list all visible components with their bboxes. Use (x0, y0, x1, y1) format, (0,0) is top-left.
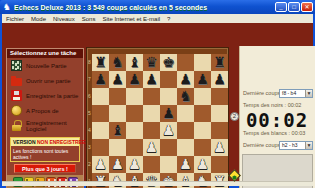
piece-black-knight[interactable]: ♞ (179, 88, 192, 105)
square-d8[interactable]: ♛ (143, 54, 160, 71)
square-g3[interactable] (194, 139, 211, 156)
sidebar-item-ouvrir-une-partie[interactable]: Ouvrir une partie (7, 73, 83, 88)
piece-white-pawn[interactable]: ♟ (162, 122, 175, 139)
piece-black-pawn[interactable]: ♟ (94, 71, 107, 88)
square-h3[interactable]: ♟ (211, 139, 228, 156)
white-last-move-dropdown[interactable]: h2 - h3 ▼ (279, 141, 313, 150)
sidebar-item-a-propos-de[interactable]: A Propos de (7, 103, 83, 118)
piece-black-pawn[interactable]: ♟ (196, 71, 209, 88)
sidebar-header: Sélectionnez une tâche (7, 49, 83, 58)
piece-white-pawn[interactable]: ♟ (196, 156, 209, 173)
black-last-move-value: f8 - b4 (282, 90, 296, 96)
version-status: VERSION NON ENREGISTREE (11, 138, 79, 146)
chessboard-icon (11, 60, 22, 71)
white-last-move-label: Dernière coups : (243, 142, 283, 148)
square-h6[interactable] (211, 88, 228, 105)
piece-black-pawn[interactable]: ♟ (128, 71, 141, 88)
about-icon (11, 105, 22, 116)
square-h2[interactable] (211, 156, 228, 173)
square-c4[interactable] (126, 122, 143, 139)
square-c5[interactable] (126, 105, 143, 122)
square-d3[interactable]: ♟ (143, 139, 160, 156)
piece-black-king[interactable]: ♚ (162, 54, 175, 71)
square-g7[interactable]: ♟ (194, 71, 211, 88)
sidebar: Sélectionnez une tâche Nouvelle PartieOu… (6, 48, 84, 188)
menu-bar: FichierModeNiveauxSonsSite Internet et E… (2, 14, 313, 23)
piece-white-pawn[interactable]: ♟ (145, 139, 158, 156)
square-g6[interactable] (194, 88, 211, 105)
piece-black-pawn[interactable]: ♟ (213, 71, 226, 88)
piece-black-pawn[interactable]: ♟ (111, 71, 124, 88)
chess-board-frame: 87654321 ♜♞♝♛♚♜♟♟♟♟♟♟♟♞♟♝♟♟♟♟♟♟♟♟♜♞♝♛♚♝♞… (86, 47, 229, 188)
square-f3[interactable] (177, 139, 194, 156)
square-a5[interactable] (92, 105, 109, 122)
square-a6[interactable] (92, 88, 109, 105)
square-b3[interactable] (109, 139, 126, 156)
piece-black-knight[interactable]: ♞ (111, 54, 124, 71)
square-a2[interactable]: ♟ (92, 156, 109, 173)
sidebar-item-enregistrement-logiciel[interactable]: Enregistrement Logiciel (7, 118, 83, 133)
piece-black-pawn[interactable]: ♟ (179, 71, 192, 88)
maximize-button[interactable]: □ (288, 2, 300, 12)
square-a7[interactable]: ♟ (92, 71, 109, 88)
menu-fichier[interactable]: Fichier (6, 16, 24, 22)
white-time-value: 00:03 (292, 130, 306, 136)
window-title: Echecs Deluxe 2013 : 3 549 coups calculé… (14, 4, 274, 11)
menu-niveaux[interactable]: Niveaux (53, 16, 75, 22)
piece-white-pawn[interactable]: ♟ (94, 156, 107, 173)
square-e6[interactable] (160, 88, 177, 105)
black-last-move-label: Dernière coups : (243, 90, 283, 96)
square-b7[interactable]: ♟ (109, 71, 126, 88)
square-c8[interactable]: ♝ (126, 54, 143, 71)
square-e5[interactable]: ♟ (160, 105, 177, 122)
padlock-icon (11, 120, 22, 131)
square-e3[interactable] (160, 139, 177, 156)
piece-black-pawn[interactable]: ♟ (162, 105, 175, 122)
square-f5[interactable] (177, 105, 194, 122)
sidebar-item-nouvelle-partie[interactable]: Nouvelle Partie (7, 58, 83, 73)
square-g5[interactable] (194, 105, 211, 122)
piece-black-bishop[interactable]: ♝ (128, 54, 141, 71)
square-f8[interactable] (177, 54, 194, 71)
square-h4[interactable] (211, 122, 228, 139)
square-e8[interactable]: ♚ (160, 54, 177, 71)
square-f7[interactable]: ♟ (177, 71, 194, 88)
piece-black-rook[interactable]: ♜ (94, 54, 107, 71)
square-e4[interactable]: ♟ (160, 122, 177, 139)
black-last-move-dropdown[interactable]: f8 - b4 ▼ (279, 89, 313, 98)
square-b2[interactable]: ♟ (109, 156, 126, 173)
square-f6[interactable]: ♞ (177, 88, 194, 105)
close-button[interactable]: ✕ (301, 2, 313, 12)
task-label: Enregistrer la partie (26, 93, 78, 99)
menu-?[interactable]: ? (167, 16, 170, 22)
save-disk-icon (11, 90, 22, 101)
task-label: Ouvrir une partie (26, 78, 71, 84)
square-a8[interactable]: ♜ (92, 54, 109, 71)
square-h8[interactable]: ♜ (211, 54, 228, 71)
task-label: Enregistrement Logiciel (26, 120, 83, 132)
square-h5[interactable] (211, 105, 228, 122)
registration-notice: VERSION NON ENREGISTREE Les fonctions so… (10, 137, 80, 162)
chevron-down-icon[interactable]: ▼ (305, 90, 312, 97)
square-b5[interactable] (109, 105, 126, 122)
status-bar (2, 181, 313, 186)
piece-white-pawn[interactable]: ♟ (111, 156, 124, 173)
task-label: A Propos de (26, 108, 59, 114)
chess-board[interactable]: ♜♞♝♛♚♜♟♟♟♟♟♟♟♞♟♝♟♟♟♟♟♟♟♟♜♞♝♛♚♝♞♜ (92, 54, 228, 188)
square-b8[interactable]: ♞ (109, 54, 126, 71)
app-icon: ♞ (3, 3, 11, 12)
piece-black-bishop[interactable]: ♝ (111, 122, 124, 139)
square-f4[interactable] (177, 122, 194, 139)
square-a4[interactable] (92, 122, 109, 139)
square-f2[interactable]: ♟ (177, 156, 194, 173)
square-b4[interactable]: ♝ (109, 122, 126, 139)
piece-black-pawn[interactable]: ♟ (145, 71, 158, 88)
sidebar-item-enregistrer-la-partie[interactable]: Enregistrer la partie (7, 88, 83, 103)
menu-site-internet-et-e-mail[interactable]: Site Internet et E-mail (102, 16, 160, 22)
chevron-down-icon[interactable]: ▼ (305, 142, 312, 149)
square-h7[interactable]: ♟ (211, 71, 228, 88)
square-d2[interactable] (143, 156, 160, 173)
square-d4[interactable] (143, 122, 160, 139)
square-d5[interactable] (143, 105, 160, 122)
open-folder-icon (11, 78, 22, 86)
task-label: Nouvelle Partie (26, 63, 67, 69)
black-time-row: Temps des noirs : 00:02 (243, 102, 301, 108)
white-time-row: Temps des blancs : 00:03 (243, 130, 305, 136)
square-g2[interactable]: ♟ (194, 156, 211, 173)
piece-black-queen[interactable]: ♛ (145, 54, 158, 71)
app-window: ♞ Echecs Deluxe 2013 : 3 549 coups calcu… (0, 0, 315, 188)
square-c3[interactable] (126, 139, 143, 156)
game-info-panel: Dernière coups : f8 - b4 ▼ Temps des noi… (239, 46, 315, 188)
square-b6[interactable] (109, 88, 126, 105)
minimize-button[interactable]: _ (275, 2, 287, 12)
piece-white-pawn[interactable]: ♟ (179, 156, 192, 173)
white-last-move-value: h2 - h3 (282, 142, 298, 148)
piece-white-pawn[interactable]: ♟ (128, 156, 141, 173)
title-bar: ♞ Echecs Deluxe 2013 : 3 549 coups calcu… (0, 0, 315, 14)
square-e7[interactable] (160, 71, 177, 88)
square-c7[interactable]: ♟ (126, 71, 143, 88)
level-badge: 2 (230, 112, 239, 121)
piece-black-rook[interactable]: ♜ (213, 54, 226, 71)
square-c2[interactable]: ♟ (126, 156, 143, 173)
piece-white-pawn[interactable]: ♟ (213, 139, 226, 156)
menu-mode[interactable]: Mode (31, 16, 46, 22)
task-list: Nouvelle PartieOuvrir une partieEnregist… (7, 58, 83, 133)
content-area: Sélectionnez une tâche Nouvelle PartieOu… (2, 23, 313, 181)
white-time-label: Temps des blancs : (243, 130, 290, 136)
menu-sons[interactable]: Sons (82, 16, 96, 22)
main-clock: 00:02 (242, 109, 312, 131)
square-a3[interactable] (92, 139, 109, 156)
square-g4[interactable] (194, 122, 211, 139)
days-left-button[interactable]: Plus que 3 jours ! (14, 164, 76, 173)
square-e2[interactable] (160, 156, 177, 173)
square-d6[interactable] (143, 88, 160, 105)
black-time-value: 00:02 (288, 102, 302, 108)
version-note: Les fonctions sont toutes actives ! (11, 146, 79, 161)
square-g8[interactable] (194, 54, 211, 71)
black-time-label: Temps des noirs : (243, 102, 286, 108)
square-c6[interactable] (126, 88, 143, 105)
square-d7[interactable]: ♟ (143, 71, 160, 88)
